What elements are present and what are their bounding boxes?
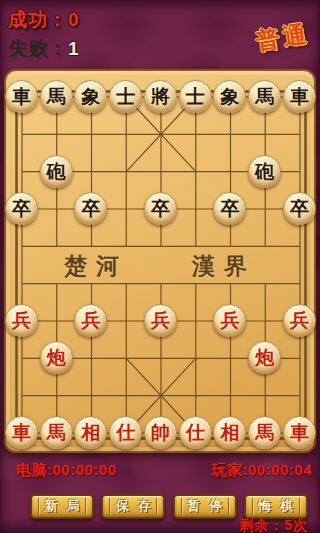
piece-black-soldier[interactable]: 卒 [144, 192, 177, 225]
piece-red-cannon[interactable]: 炮 [248, 341, 281, 374]
board-cell[interactable] [39, 302, 74, 339]
board-cell[interactable]: 將 [143, 78, 178, 115]
board-cell[interactable] [213, 153, 248, 190]
difficulty-badge[interactable]: 普通 [254, 18, 312, 57]
board-cell[interactable]: 車 [4, 414, 39, 451]
board-cell[interactable] [247, 265, 282, 302]
board-cell[interactable]: 仕 [108, 414, 143, 451]
board-cell[interactable]: 車 [282, 78, 317, 115]
success-value: 0 [68, 9, 80, 30]
board-cell[interactable] [213, 377, 248, 414]
board-cell[interactable] [108, 153, 143, 190]
board-cell[interactable] [4, 153, 39, 190]
board-cell[interactable]: 象 [74, 78, 109, 115]
board-cell[interactable]: 卒 [4, 190, 39, 227]
board-cell[interactable] [178, 153, 213, 190]
piece-red-advisor[interactable]: 仕 [109, 416, 142, 449]
undo-remaining-label: 剩余： [239, 517, 284, 533]
undo-remaining-value: 5次 [284, 517, 308, 533]
piece-black-cannon[interactable]: 砲 [248, 155, 281, 188]
board-cell[interactable]: 馬 [247, 78, 282, 115]
board-cell[interactable] [143, 265, 178, 302]
board-cell[interactable] [108, 339, 143, 376]
board-cell[interactable] [178, 227, 213, 264]
piece-black-elephant[interactable]: 象 [213, 80, 246, 113]
piece-black-soldier[interactable]: 卒 [283, 192, 316, 225]
fail-value: 1 [68, 38, 80, 59]
board-cell[interactable] [247, 227, 282, 264]
board-cell[interactable]: 卒 [282, 190, 317, 227]
new-game-button[interactable]: 新局 [30, 494, 94, 519]
board-cell[interactable] [74, 227, 109, 264]
pause-button[interactable]: 暂停 [173, 494, 237, 519]
board-cell[interactable] [4, 227, 39, 264]
board-cell[interactable]: 象 [213, 78, 248, 115]
board-cell[interactable]: 馬 [247, 414, 282, 451]
piece-red-soldier[interactable]: 兵 [213, 304, 246, 337]
board-cell[interactable] [178, 302, 213, 339]
computer-timer: 电脑:00:00:00 [16, 461, 117, 480]
piece-red-soldier[interactable]: 兵 [144, 304, 177, 337]
board-cell[interactable] [143, 153, 178, 190]
board-cell[interactable] [108, 302, 143, 339]
board-cell[interactable]: 士 [178, 78, 213, 115]
piece-red-chariot[interactable]: 車 [5, 416, 38, 449]
board-cell[interactable]: 兵 [4, 302, 39, 339]
piece-red-horse[interactable]: 馬 [40, 416, 73, 449]
xiangqi-app: 成功：0 失败：1 普通 楚河 漢界 車馬象士將士象馬車砲砲卒卒卒卒卒兵兵兵兵兵… [0, 0, 320, 533]
board-cell[interactable] [4, 339, 39, 376]
piece-black-soldier[interactable]: 卒 [213, 192, 246, 225]
piece-black-advisor[interactable]: 士 [179, 80, 212, 113]
board-cell[interactable] [74, 339, 109, 376]
player-timer-value: 00:00:04 [248, 461, 312, 478]
board-cell[interactable]: 卒 [143, 190, 178, 227]
computer-timer-label: 电脑: [16, 461, 53, 478]
piece-red-soldier[interactable]: 兵 [283, 304, 316, 337]
board-cell[interactable] [247, 377, 282, 414]
board-cell[interactable] [4, 377, 39, 414]
board-cell[interactable]: 車 [282, 414, 317, 451]
board-cell[interactable] [74, 115, 109, 152]
computer-timer-value: 00:00:00 [53, 461, 117, 478]
board-cell[interactable] [247, 190, 282, 227]
board-cell[interactable]: 馬 [39, 78, 74, 115]
board-cell[interactable]: 兵 [74, 302, 109, 339]
board-cell[interactable]: 兵 [282, 302, 317, 339]
board-cell[interactable]: 炮 [39, 339, 74, 376]
board-cell[interactable] [282, 339, 317, 376]
board-cell[interactable] [108, 227, 143, 264]
board-cell[interactable]: 卒 [213, 190, 248, 227]
player-timer: 玩家:00:00:04 [211, 461, 312, 480]
piece-black-chariot[interactable]: 車 [5, 80, 38, 113]
piece-black-soldier[interactable]: 卒 [74, 192, 107, 225]
piece-black-cannon[interactable]: 砲 [40, 155, 73, 188]
piece-red-elephant[interactable]: 相 [213, 416, 246, 449]
success-label: 成功： [8, 9, 68, 30]
piece-black-horse[interactable]: 馬 [248, 80, 281, 113]
board-cell[interactable] [247, 302, 282, 339]
board-cell[interactable] [39, 227, 74, 264]
board-cell[interactable] [282, 115, 317, 152]
piece-red-advisor[interactable]: 仕 [179, 416, 212, 449]
board-cell[interactable]: 卒 [74, 190, 109, 227]
save-button[interactable]: 保存 [101, 494, 165, 519]
board-cell[interactable] [213, 265, 248, 302]
board-cell[interactable] [39, 115, 74, 152]
board-cell[interactable] [74, 153, 109, 190]
board-cell[interactable] [178, 339, 213, 376]
piece-red-general[interactable]: 帥 [144, 416, 177, 449]
board-cell[interactable]: 砲 [247, 153, 282, 190]
board-cell[interactable] [282, 153, 317, 190]
piece-black-general[interactable]: 將 [144, 80, 177, 113]
undo-remaining: 剩余：5次 [239, 517, 308, 533]
board-cell[interactable] [282, 377, 317, 414]
xiangqi-board[interactable]: 楚河 漢界 車馬象士將士象馬車砲砲卒卒卒卒卒兵兵兵兵兵炮炮車馬相仕帥仕相馬車 [4, 69, 316, 453]
board-cell[interactable] [213, 227, 248, 264]
piece-red-chariot[interactable]: 車 [283, 416, 316, 449]
piece-black-elephant[interactable]: 象 [74, 80, 107, 113]
board-cell[interactable]: 兵 [213, 302, 248, 339]
board-cell[interactable] [178, 377, 213, 414]
board-cell[interactable] [143, 377, 178, 414]
board-cell[interactable] [143, 115, 178, 152]
board-cell[interactable] [39, 190, 74, 227]
board-cell[interactable]: 帥 [143, 414, 178, 451]
success-counter: 成功：0 [8, 7, 80, 33]
piece-red-cannon[interactable]: 炮 [40, 341, 73, 374]
piece-black-chariot[interactable]: 車 [283, 80, 316, 113]
piece-black-advisor[interactable]: 士 [109, 80, 142, 113]
board-cell[interactable]: 兵 [143, 302, 178, 339]
piece-red-horse[interactable]: 馬 [248, 416, 281, 449]
piece-black-horse[interactable]: 馬 [40, 80, 73, 113]
board-cell[interactable]: 仕 [178, 414, 213, 451]
board-cell[interactable] [108, 115, 143, 152]
board-cell[interactable] [4, 265, 39, 302]
board-cell[interactable] [108, 265, 143, 302]
board-cell[interactable] [282, 265, 317, 302]
board-cell[interactable] [74, 377, 109, 414]
board-cell[interactable] [108, 190, 143, 227]
board-cell[interactable]: 相 [74, 414, 109, 451]
piece-red-elephant[interactable]: 相 [74, 416, 107, 449]
board-cell[interactable]: 砲 [39, 153, 74, 190]
piece-grid: 車馬象士將士象馬車砲砲卒卒卒卒卒兵兵兵兵兵炮炮車馬相仕帥仕相馬車 [4, 78, 317, 451]
board-cell[interactable] [4, 115, 39, 152]
piece-black-soldier[interactable]: 卒 [5, 192, 38, 225]
board-cell[interactable] [282, 227, 317, 264]
board-cell[interactable]: 馬 [39, 414, 74, 451]
board-cell[interactable] [39, 265, 74, 302]
player-timer-label: 玩家: [211, 461, 248, 478]
board-cell[interactable]: 車 [4, 78, 39, 115]
board-cell[interactable] [213, 339, 248, 376]
board-cell[interactable] [108, 377, 143, 414]
fail-label: 失败： [8, 38, 68, 59]
board-cell[interactable] [143, 339, 178, 376]
fail-counter: 失败：1 [8, 36, 80, 62]
board-cell[interactable]: 相 [213, 414, 248, 451]
board-cell[interactable]: 士 [108, 78, 143, 115]
board-cell[interactable] [247, 115, 282, 152]
piece-red-soldier[interactable]: 兵 [5, 304, 38, 337]
board-cell[interactable] [39, 377, 74, 414]
board-cell[interactable] [143, 227, 178, 264]
board-cell[interactable] [213, 115, 248, 152]
piece-red-soldier[interactable]: 兵 [74, 304, 107, 337]
board-cell[interactable] [178, 190, 213, 227]
board-cell[interactable]: 炮 [247, 339, 282, 376]
undo-button[interactable]: 悔棋 [244, 494, 308, 519]
board-cell[interactable] [74, 265, 109, 302]
board-cell[interactable] [178, 265, 213, 302]
board-cell[interactable] [178, 115, 213, 152]
action-button-row: 新局保存暂停悔棋 [30, 493, 308, 519]
